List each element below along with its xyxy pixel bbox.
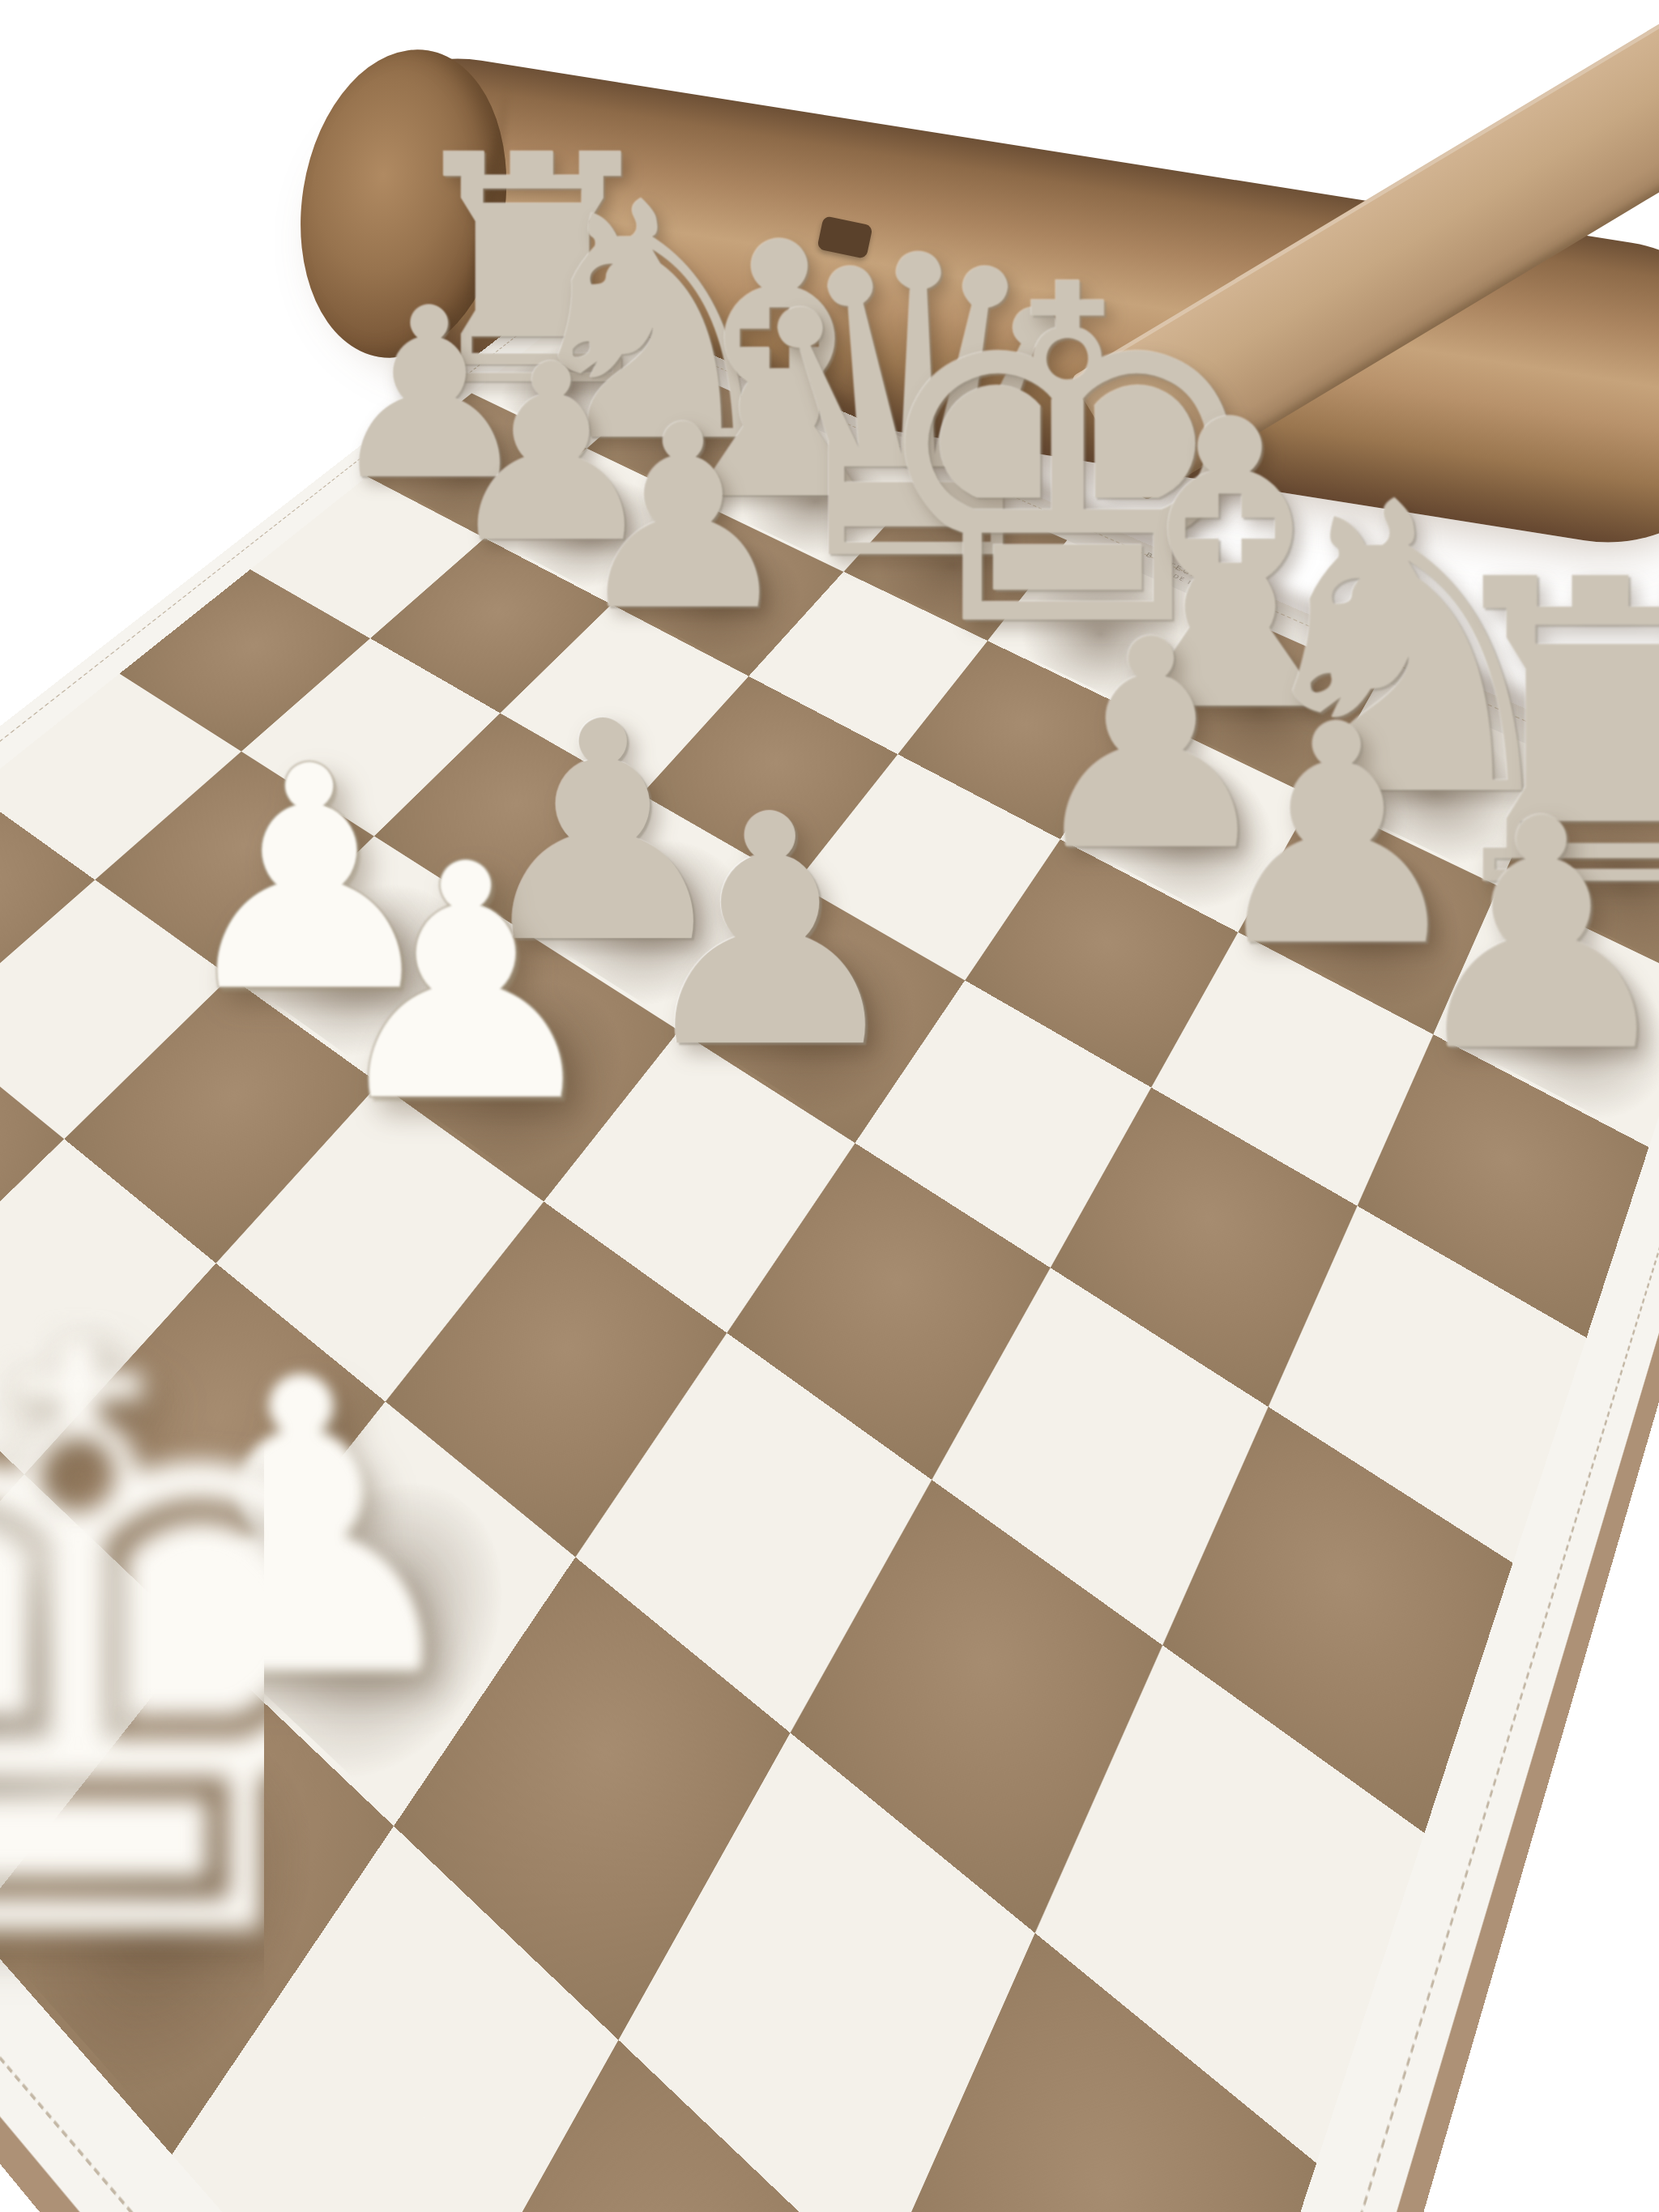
product-photo-stage: BOTTEGA VENETA MADE IN ITALY ♜♞♝♛♚♝♞♜♟♟♟… — [0, 0, 1659, 2212]
scene: BOTTEGA VENETA MADE IN ITALY ♜♞♝♛♚♝♞♜♟♟♟… — [0, 0, 1659, 2212]
white-pawn-d4[interactable]: ♟ — [319, 834, 611, 1133]
chess-board: ♜♞♝♛♚♝♞♜♟♟♟♟♟♟♟♟♟♟♟♟♟♜♞♝♛♚ — [0, 318, 1659, 2212]
white-king-e1[interactable]: ♚ — [0, 1276, 441, 2022]
black-pawn-h7[interactable]: ♟ — [1398, 790, 1659, 1082]
chess-mat: BOTTEGA VENETA MADE IN ITALY ♜♞♝♛♚♝♞♜♟♟♟… — [0, 289, 1659, 2212]
black-pawn-e5[interactable]: ♟ — [627, 786, 911, 1079]
black-pawn-c7[interactable]: ♟ — [569, 402, 796, 635]
